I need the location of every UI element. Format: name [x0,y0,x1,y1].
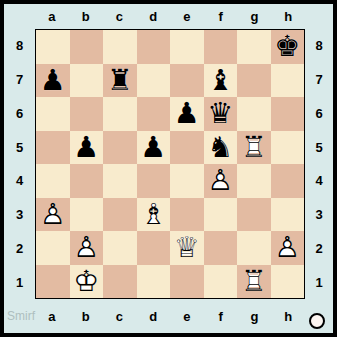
square-e1[interactable] [170,265,204,299]
rank-label-left-4: 4 [4,164,35,198]
rank-label-left-3: 3 [4,198,35,232]
black-pawn-a7[interactable]: ♟ [36,64,70,98]
square-b7[interactable] [70,64,104,98]
square-c2[interactable] [103,231,137,265]
black-king-h8[interactable]: ♚ [271,30,305,64]
file-label-bottom-b: b [69,300,103,332]
square-e4[interactable] [170,164,204,198]
black-bishop-f7[interactable]: ♝ [204,64,238,98]
rank-label-left-1: 1 [4,265,35,299]
rank-label-right-2: 2 [305,232,333,266]
file-label-top-b: b [69,4,103,29]
square-e3[interactable] [170,198,204,232]
white-piece-outline: ♕ [170,231,204,265]
square-b1[interactable]: ♚♔ [70,265,104,299]
white-rook-g5[interactable]: ♜♖ [237,131,271,165]
white-piece-outline: ♔ [70,265,104,299]
file-labels-top: abcdefgh [35,4,305,29]
rank-label-right-6: 6 [305,97,333,131]
square-a3[interactable]: ♟♙ [36,198,70,232]
black-pawn-b5[interactable]: ♟ [70,131,104,165]
white-bishop-d3[interactable]: ♝♗ [137,198,171,232]
white-king-b1[interactable]: ♚♔ [70,265,104,299]
square-b6[interactable] [70,97,104,131]
square-e5[interactable] [170,131,204,165]
square-b8[interactable] [70,30,104,64]
file-label-top-c: c [103,4,137,29]
file-label-bottom-h: h [271,300,305,332]
file-label-bottom-e: e [170,300,204,332]
square-a4[interactable] [36,164,70,198]
square-h3[interactable] [271,198,305,232]
side-to-move-indicator [309,313,325,329]
square-f7[interactable]: ♝ [204,64,238,98]
square-c4[interactable] [103,164,137,198]
rank-label-left-5: 5 [4,130,35,164]
file-label-bottom-f: f [204,300,238,332]
square-a8[interactable] [36,30,70,64]
square-c7[interactable]: ♜ [103,64,137,98]
black-knight-f5[interactable]: ♞ [204,131,238,165]
white-piece-outline: ♖ [237,131,271,165]
square-h1[interactable] [271,265,305,299]
square-g2[interactable] [237,231,271,265]
square-g7[interactable] [237,64,271,98]
file-label-bottom-g: g [238,300,272,332]
file-label-bottom-d: d [136,300,170,332]
file-label-bottom-a: a [35,300,69,332]
square-a2[interactable] [36,231,70,265]
square-c6[interactable] [103,97,137,131]
square-c8[interactable] [103,30,137,64]
file-label-top-a: a [35,4,69,29]
white-piece-outline: ♙ [271,231,305,265]
file-label-top-g: g [238,4,272,29]
white-pawn-f4[interactable]: ♟♙ [204,164,238,198]
square-b3[interactable] [70,198,104,232]
white-piece-outline: ♙ [70,231,104,265]
rank-label-left-8: 8 [4,29,35,63]
square-f8[interactable] [204,30,238,64]
square-e2[interactable]: ♛♕ [170,231,204,265]
square-g8[interactable] [237,30,271,64]
square-d7[interactable] [137,64,171,98]
square-f4[interactable]: ♟♙ [204,164,238,198]
file-label-top-d: d [136,4,170,29]
white-piece-outline: ♗ [137,198,171,232]
square-b2[interactable]: ♟♙ [70,231,104,265]
square-a5[interactable] [36,131,70,165]
rank-label-right-7: 7 [305,63,333,97]
black-pawn-d5[interactable]: ♟ [137,131,171,165]
square-h7[interactable] [271,64,305,98]
square-e8[interactable] [170,30,204,64]
square-a1[interactable] [36,265,70,299]
black-rook-c7[interactable]: ♜ [103,64,137,98]
black-pawn-e6[interactable]: ♟ [170,97,204,131]
white-queen-e2[interactable]: ♛♕ [170,231,204,265]
white-piece-outline: ♙ [204,164,238,198]
rank-labels-left: 87654321 [4,29,35,299]
chess-board[interactable]: ♚♟♜♝♟♛♟♟♞♜♖♟♙♟♙♝♗♟♙♛♕♟♙♚♔♜♖ [35,29,305,299]
white-piece-outline: ♖ [237,265,271,299]
rank-label-right-4: 4 [305,164,333,198]
square-f6[interactable]: ♛ [204,97,238,131]
square-g4[interactable] [237,164,271,198]
square-e7[interactable] [170,64,204,98]
white-rook-g1[interactable]: ♜♖ [237,265,271,299]
square-f5[interactable]: ♞ [204,131,238,165]
square-h8[interactable]: ♚ [271,30,305,64]
file-label-top-f: f [204,4,238,29]
file-label-top-e: e [170,4,204,29]
file-labels-bottom: abcdefgh [35,300,305,332]
square-a6[interactable] [36,97,70,131]
square-f3[interactable] [204,198,238,232]
square-g5[interactable]: ♜♖ [237,131,271,165]
rank-labels-right: 87654321 [305,29,333,299]
square-a7[interactable]: ♟ [36,64,70,98]
smirf-watermark: Smirf [7,309,35,323]
square-d3[interactable]: ♝♗ [137,198,171,232]
square-b4[interactable] [70,164,104,198]
square-d8[interactable] [137,30,171,64]
square-d6[interactable] [137,97,171,131]
white-pawn-a3[interactable]: ♟♙ [36,198,70,232]
square-h5[interactable] [271,131,305,165]
black-queen-f6[interactable]: ♛ [204,97,238,131]
white-pawn-h2[interactable]: ♟♙ [271,231,305,265]
rank-label-right-8: 8 [305,29,333,63]
square-e6[interactable]: ♟ [170,97,204,131]
square-d4[interactable] [137,164,171,198]
square-c5[interactable] [103,131,137,165]
file-label-bottom-c: c [103,300,137,332]
square-g3[interactable] [237,198,271,232]
chess-diagram-window: abcdefgh abcdefgh 87654321 87654321 ♚♟♜♝… [0,0,337,337]
rank-label-left-6: 6 [4,97,35,131]
white-piece-outline: ♙ [36,198,70,232]
square-f2[interactable] [204,231,238,265]
square-d2[interactable] [137,231,171,265]
rank-label-left-2: 2 [4,232,35,266]
square-c1[interactable] [103,265,137,299]
square-c3[interactable] [103,198,137,232]
square-g6[interactable] [237,97,271,131]
square-h4[interactable] [271,164,305,198]
square-g1[interactable]: ♜♖ [237,265,271,299]
file-label-top-h: h [271,4,305,29]
square-h6[interactable] [271,97,305,131]
rank-label-right-3: 3 [305,198,333,232]
square-d1[interactable] [137,265,171,299]
square-f1[interactable] [204,265,238,299]
rank-label-right-5: 5 [305,130,333,164]
rank-label-right-1: 1 [305,265,333,299]
square-h2[interactable]: ♟♙ [271,231,305,265]
square-d5[interactable]: ♟ [137,131,171,165]
white-pawn-b2[interactable]: ♟♙ [70,231,104,265]
square-b5[interactable]: ♟ [70,131,104,165]
rank-label-left-7: 7 [4,63,35,97]
